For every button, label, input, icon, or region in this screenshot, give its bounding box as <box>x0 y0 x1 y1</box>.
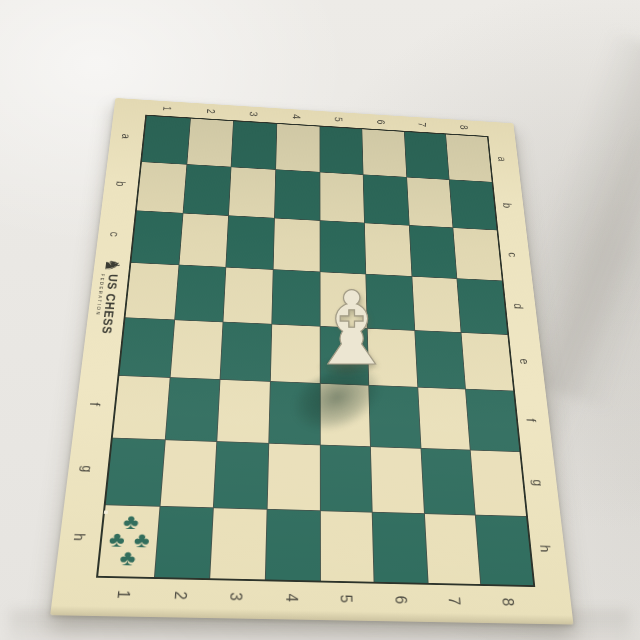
square-d1 <box>126 263 179 319</box>
square-c3 <box>227 216 274 269</box>
square-g2 <box>160 440 216 507</box>
square-e7 <box>415 330 465 389</box>
square-h5 <box>320 511 373 581</box>
square-h1: ♣♣♣♣ <box>98 505 159 577</box>
square-e2 <box>170 320 223 380</box>
square-b8 <box>450 180 497 230</box>
square-a7 <box>405 132 450 179</box>
square-h4 <box>266 510 320 581</box>
square-b4 <box>275 170 319 220</box>
square-a4 <box>276 124 319 172</box>
square-b6 <box>364 175 409 225</box>
square-d7 <box>412 276 461 331</box>
square-b2 <box>183 165 231 216</box>
square-h8 <box>476 516 533 586</box>
square-h2 <box>155 507 213 578</box>
square-g7 <box>421 449 475 515</box>
square-g1 <box>106 439 165 506</box>
square-h6 <box>373 513 428 583</box>
square-h7 <box>425 514 481 584</box>
uschess-wordmark: US CHESS FEDERATION <box>93 274 120 335</box>
square-f1 <box>113 376 170 439</box>
clover-diamond-icon: ♣♣♣♣ <box>100 512 157 569</box>
square-d8 <box>458 279 508 334</box>
square-g8 <box>471 451 526 516</box>
square-c8 <box>454 228 502 280</box>
square-g5 <box>320 446 372 512</box>
square-g4 <box>267 444 319 511</box>
square-a3 <box>232 121 277 169</box>
square-e8 <box>462 333 513 391</box>
square-f2 <box>165 378 219 441</box>
square-e3 <box>221 322 272 381</box>
square-b5 <box>320 172 364 222</box>
square-c4 <box>273 218 319 271</box>
square-b1 <box>137 162 186 213</box>
square-c6 <box>365 223 411 276</box>
square-a2 <box>187 119 233 167</box>
square-b3 <box>229 167 275 217</box>
square-b7 <box>407 177 453 227</box>
square-d3 <box>224 267 273 323</box>
square-e1 <box>119 318 174 378</box>
square-h3 <box>210 508 266 579</box>
square-c2 <box>179 213 228 266</box>
square-c1 <box>131 211 182 264</box>
square-f3 <box>218 380 270 443</box>
square-c5 <box>320 221 365 274</box>
white-bishop: ♝ <box>306 280 386 378</box>
square-a6 <box>362 129 406 176</box>
knight-icon: ♞ <box>101 258 122 272</box>
square-a1 <box>142 116 190 164</box>
square-a5 <box>320 127 363 175</box>
square-a8 <box>446 135 491 182</box>
square-f8 <box>466 390 519 452</box>
square-g3 <box>214 442 268 509</box>
square-c7 <box>409 226 456 278</box>
square-g6 <box>371 447 424 513</box>
square-f7 <box>418 388 470 450</box>
square-d2 <box>175 265 226 321</box>
